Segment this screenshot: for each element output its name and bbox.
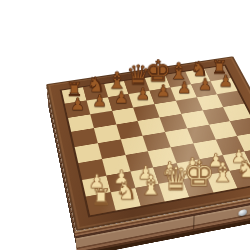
drawer-knob bbox=[238, 209, 247, 217]
piece-black-pawn: ♟ bbox=[156, 83, 170, 98]
piece-black-pawn: ♟ bbox=[71, 97, 86, 113]
piece-white-rook: ♜ bbox=[92, 187, 112, 208]
chess-board: ♜♞♝♛♚♝♞♜♟♟♟♟♟♟♟♟♟♟♟♟♟♟♟♟♜♞♝♛♚♝♞♜ bbox=[60, 64, 250, 217]
piece-black-pawn: ♟ bbox=[198, 77, 212, 92]
square-e4 bbox=[165, 128, 193, 147]
piece-white-bishop: ♝ bbox=[139, 173, 164, 199]
piece-black-pawn: ♟ bbox=[92, 93, 107, 109]
square-a1: ♜ bbox=[86, 193, 115, 216]
piece-black-pawn: ♟ bbox=[135, 87, 150, 102]
drawer-seam bbox=[193, 216, 194, 229]
square-b1: ♞ bbox=[111, 188, 141, 210]
square-c1: ♝ bbox=[135, 184, 165, 206]
piece-white-knight: ♞ bbox=[236, 159, 250, 181]
piece-black-pawn: ♟ bbox=[114, 90, 129, 105]
box-top: ♜♞♝♛♚♝♞♜♟♟♟♟♟♟♟♟♟♟♟♟♟♟♟♟♜♞♝♛♚♝♞♜ bbox=[46, 56, 250, 231]
piece-white-knight: ♞ bbox=[116, 180, 138, 203]
piece-white-queen: ♛ bbox=[161, 164, 190, 194]
chess-set-photo: ♜♞♝♛♚♝♞♜♟♟♟♟♟♟♟♟♟♟♟♟♟♟♟♟♜♞♝♛♚♝♞♜ Wooden … bbox=[40, 16, 250, 250]
square-h6 bbox=[217, 91, 244, 108]
caption: Wooden chess box set with a storage draw… bbox=[40, 16, 41, 17]
piece-black-pawn: ♟ bbox=[177, 80, 191, 95]
square-h4 bbox=[230, 118, 250, 136]
piece-black-pawn: ♟ bbox=[218, 74, 232, 89]
